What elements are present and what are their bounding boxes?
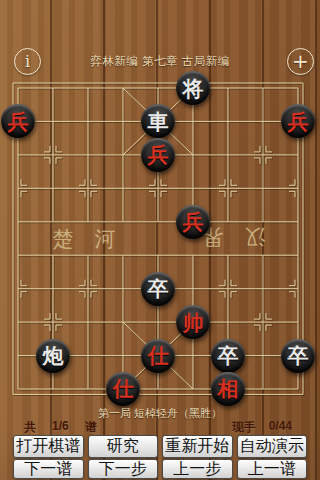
- piece-label: 卒: [218, 345, 239, 366]
- puzzle-counter: 共 1/6 谱: [24, 419, 97, 436]
- piece-black-chariot[interactable]: 車: [141, 104, 175, 138]
- piece-red-soldier[interactable]: 兵: [281, 104, 315, 138]
- auto-demo-button[interactable]: 自动演示: [237, 435, 308, 458]
- piece-label: 卒: [288, 345, 309, 366]
- piece-black-soldier[interactable]: 卒: [141, 272, 175, 306]
- piece-label: 仕: [148, 345, 169, 366]
- restart-button[interactable]: 重新开始: [162, 435, 233, 458]
- piece-black-general[interactable]: 将: [176, 71, 210, 105]
- current-move-value: 0/44: [269, 419, 292, 436]
- piece-red-advisor[interactable]: 仕: [106, 372, 140, 406]
- piece-red-soldier[interactable]: 兵: [1, 104, 35, 138]
- piece-red-general[interactable]: 帅: [176, 305, 210, 339]
- piece-red-soldier[interactable]: 兵: [141, 138, 175, 172]
- piece-label: 兵: [183, 211, 204, 232]
- piece-red-elephant[interactable]: 相: [211, 372, 245, 406]
- piece-black-soldier[interactable]: 卒: [211, 339, 245, 373]
- piece-label: 卒: [148, 278, 169, 299]
- piece-black-soldier[interactable]: 卒: [281, 339, 315, 373]
- piece-black-cannon[interactable]: 炮: [36, 339, 70, 373]
- open-gamebook-button[interactable]: 打开棋谱: [13, 435, 84, 458]
- piece-label: 炮: [43, 345, 64, 366]
- piece-label: 相: [218, 378, 239, 399]
- current-move-label: 现手: [232, 419, 256, 436]
- button-row-2: 下一谱 下一步 上一步 上一谱: [13, 459, 307, 479]
- piece-red-advisor[interactable]: 仕: [141, 339, 175, 373]
- xiangqi-app-screen: 楚 河 汉 界 将兵車兵兵兵卒帅炮仕卒卒仕相 i + 弈林新编 第七章 古局新编…: [0, 0, 320, 480]
- button-row-1: 打开棋谱 研究 重新开始 自动演示: [13, 435, 307, 458]
- piece-label: 兵: [8, 111, 29, 132]
- pieces-layer: 将兵車兵兵兵卒帅炮仕卒卒仕相: [1, 71, 316, 405]
- next-game-button[interactable]: 下一谱: [13, 459, 84, 479]
- piece-label: 仕: [113, 378, 134, 399]
- piece-red-soldier[interactable]: 兵: [176, 205, 210, 239]
- research-button[interactable]: 研究: [88, 435, 159, 458]
- move-counter: 现手 0/44: [232, 419, 292, 436]
- piece-label: 兵: [148, 144, 169, 165]
- next-move-button[interactable]: 下一步: [88, 459, 159, 479]
- book-title: 弈林新编 第七章 古局新编: [0, 54, 320, 69]
- piece-label: 帅: [183, 312, 204, 333]
- total-label: 共: [24, 419, 36, 436]
- piece-label: 車: [148, 111, 169, 132]
- total-suffix: 谱: [85, 419, 97, 436]
- piece-label: 兵: [288, 111, 309, 132]
- prev-move-button[interactable]: 上一步: [162, 459, 233, 479]
- total-value: 1/6: [52, 419, 69, 436]
- prev-game-button[interactable]: 上一谱: [237, 459, 308, 479]
- piece-label: 将: [183, 78, 204, 99]
